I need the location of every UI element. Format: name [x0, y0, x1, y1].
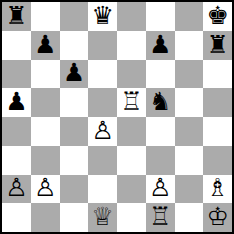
square-d7[interactable]	[88, 31, 117, 60]
square-e2[interactable]	[117, 175, 146, 204]
square-c5[interactable]	[60, 88, 89, 117]
square-a7[interactable]	[2, 31, 31, 60]
square-h8[interactable]: ♚	[203, 2, 232, 31]
square-c4[interactable]	[60, 117, 89, 146]
square-a4[interactable]	[2, 117, 31, 146]
square-e4[interactable]	[117, 117, 146, 146]
square-b7[interactable]: ♟	[31, 31, 60, 60]
square-e7[interactable]	[117, 31, 146, 60]
square-e3[interactable]	[117, 146, 146, 175]
square-g8[interactable]	[175, 2, 204, 31]
square-h7[interactable]: ♜	[203, 31, 232, 60]
square-d5[interactable]	[88, 88, 117, 117]
square-f7[interactable]: ♟	[146, 31, 175, 60]
square-h6[interactable]	[203, 60, 232, 89]
square-d8[interactable]: ♛	[88, 2, 117, 31]
square-f8[interactable]	[146, 2, 175, 31]
square-g4[interactable]	[175, 117, 204, 146]
square-b3[interactable]	[31, 146, 60, 175]
black-pawn-b7: ♟	[34, 32, 56, 57]
square-a1[interactable]	[2, 203, 31, 232]
square-b8[interactable]	[31, 2, 60, 31]
black-pawn-c6: ♟	[63, 60, 85, 85]
square-c8[interactable]	[60, 2, 89, 31]
square-h5[interactable]	[203, 88, 232, 117]
square-c3[interactable]	[60, 146, 89, 175]
square-f6[interactable]	[146, 60, 175, 89]
square-g5[interactable]	[175, 88, 204, 117]
square-g3[interactable]	[175, 146, 204, 175]
square-h2[interactable]: ♗	[203, 175, 232, 204]
white-pawn-d4: ♙	[91, 118, 113, 143]
white-rook-f1: ♖	[149, 204, 171, 229]
black-pawn-a5: ♟	[5, 89, 27, 114]
square-d2[interactable]	[88, 175, 117, 204]
square-b5[interactable]	[31, 88, 60, 117]
black-rook-a8: ♜	[5, 3, 27, 28]
white-queen-d1: ♕	[91, 204, 113, 229]
white-pawn-b2: ♙	[34, 175, 56, 200]
square-b6[interactable]	[31, 60, 60, 89]
white-rook-e5: ♖	[120, 89, 142, 114]
black-queen-d8: ♛	[91, 3, 113, 28]
square-f5[interactable]: ♞	[146, 88, 175, 117]
square-f1[interactable]: ♖	[146, 203, 175, 232]
square-h4[interactable]	[203, 117, 232, 146]
square-e6[interactable]	[117, 60, 146, 89]
square-d6[interactable]	[88, 60, 117, 89]
square-a5[interactable]: ♟	[2, 88, 31, 117]
square-e8[interactable]	[117, 2, 146, 31]
square-c7[interactable]	[60, 31, 89, 60]
square-b2[interactable]: ♙	[31, 175, 60, 204]
square-f4[interactable]	[146, 117, 175, 146]
chess-board: ♜♛♚♟♟♜♟♟♖♞♙♙♙♙♗♕♖♔	[0, 0, 234, 234]
square-d1[interactable]: ♕	[88, 203, 117, 232]
square-d4[interactable]: ♙	[88, 117, 117, 146]
square-b4[interactable]	[31, 117, 60, 146]
square-g2[interactable]	[175, 175, 204, 204]
square-a8[interactable]: ♜	[2, 2, 31, 31]
square-f3[interactable]	[146, 146, 175, 175]
square-e5[interactable]: ♖	[117, 88, 146, 117]
square-a6[interactable]	[2, 60, 31, 89]
square-g6[interactable]	[175, 60, 204, 89]
square-e1[interactable]	[117, 203, 146, 232]
square-h3[interactable]	[203, 146, 232, 175]
square-b1[interactable]	[31, 203, 60, 232]
square-d3[interactable]	[88, 146, 117, 175]
square-h1[interactable]: ♔	[203, 203, 232, 232]
black-rook-h7: ♜	[206, 32, 228, 57]
white-pawn-a2: ♙	[5, 175, 27, 200]
square-a3[interactable]	[2, 146, 31, 175]
white-king-h1: ♔	[206, 204, 228, 229]
black-knight-f5: ♞	[149, 89, 171, 114]
square-c2[interactable]	[60, 175, 89, 204]
black-king-h8: ♚	[206, 3, 228, 28]
white-bishop-h2: ♗	[206, 175, 228, 200]
square-g7[interactable]	[175, 31, 204, 60]
black-pawn-f7: ♟	[149, 32, 171, 57]
square-a2[interactable]: ♙	[2, 175, 31, 204]
white-pawn-f2: ♙	[149, 175, 171, 200]
square-c1[interactable]	[60, 203, 89, 232]
square-f2[interactable]: ♙	[146, 175, 175, 204]
square-g1[interactable]	[175, 203, 204, 232]
square-c6[interactable]: ♟	[60, 60, 89, 89]
